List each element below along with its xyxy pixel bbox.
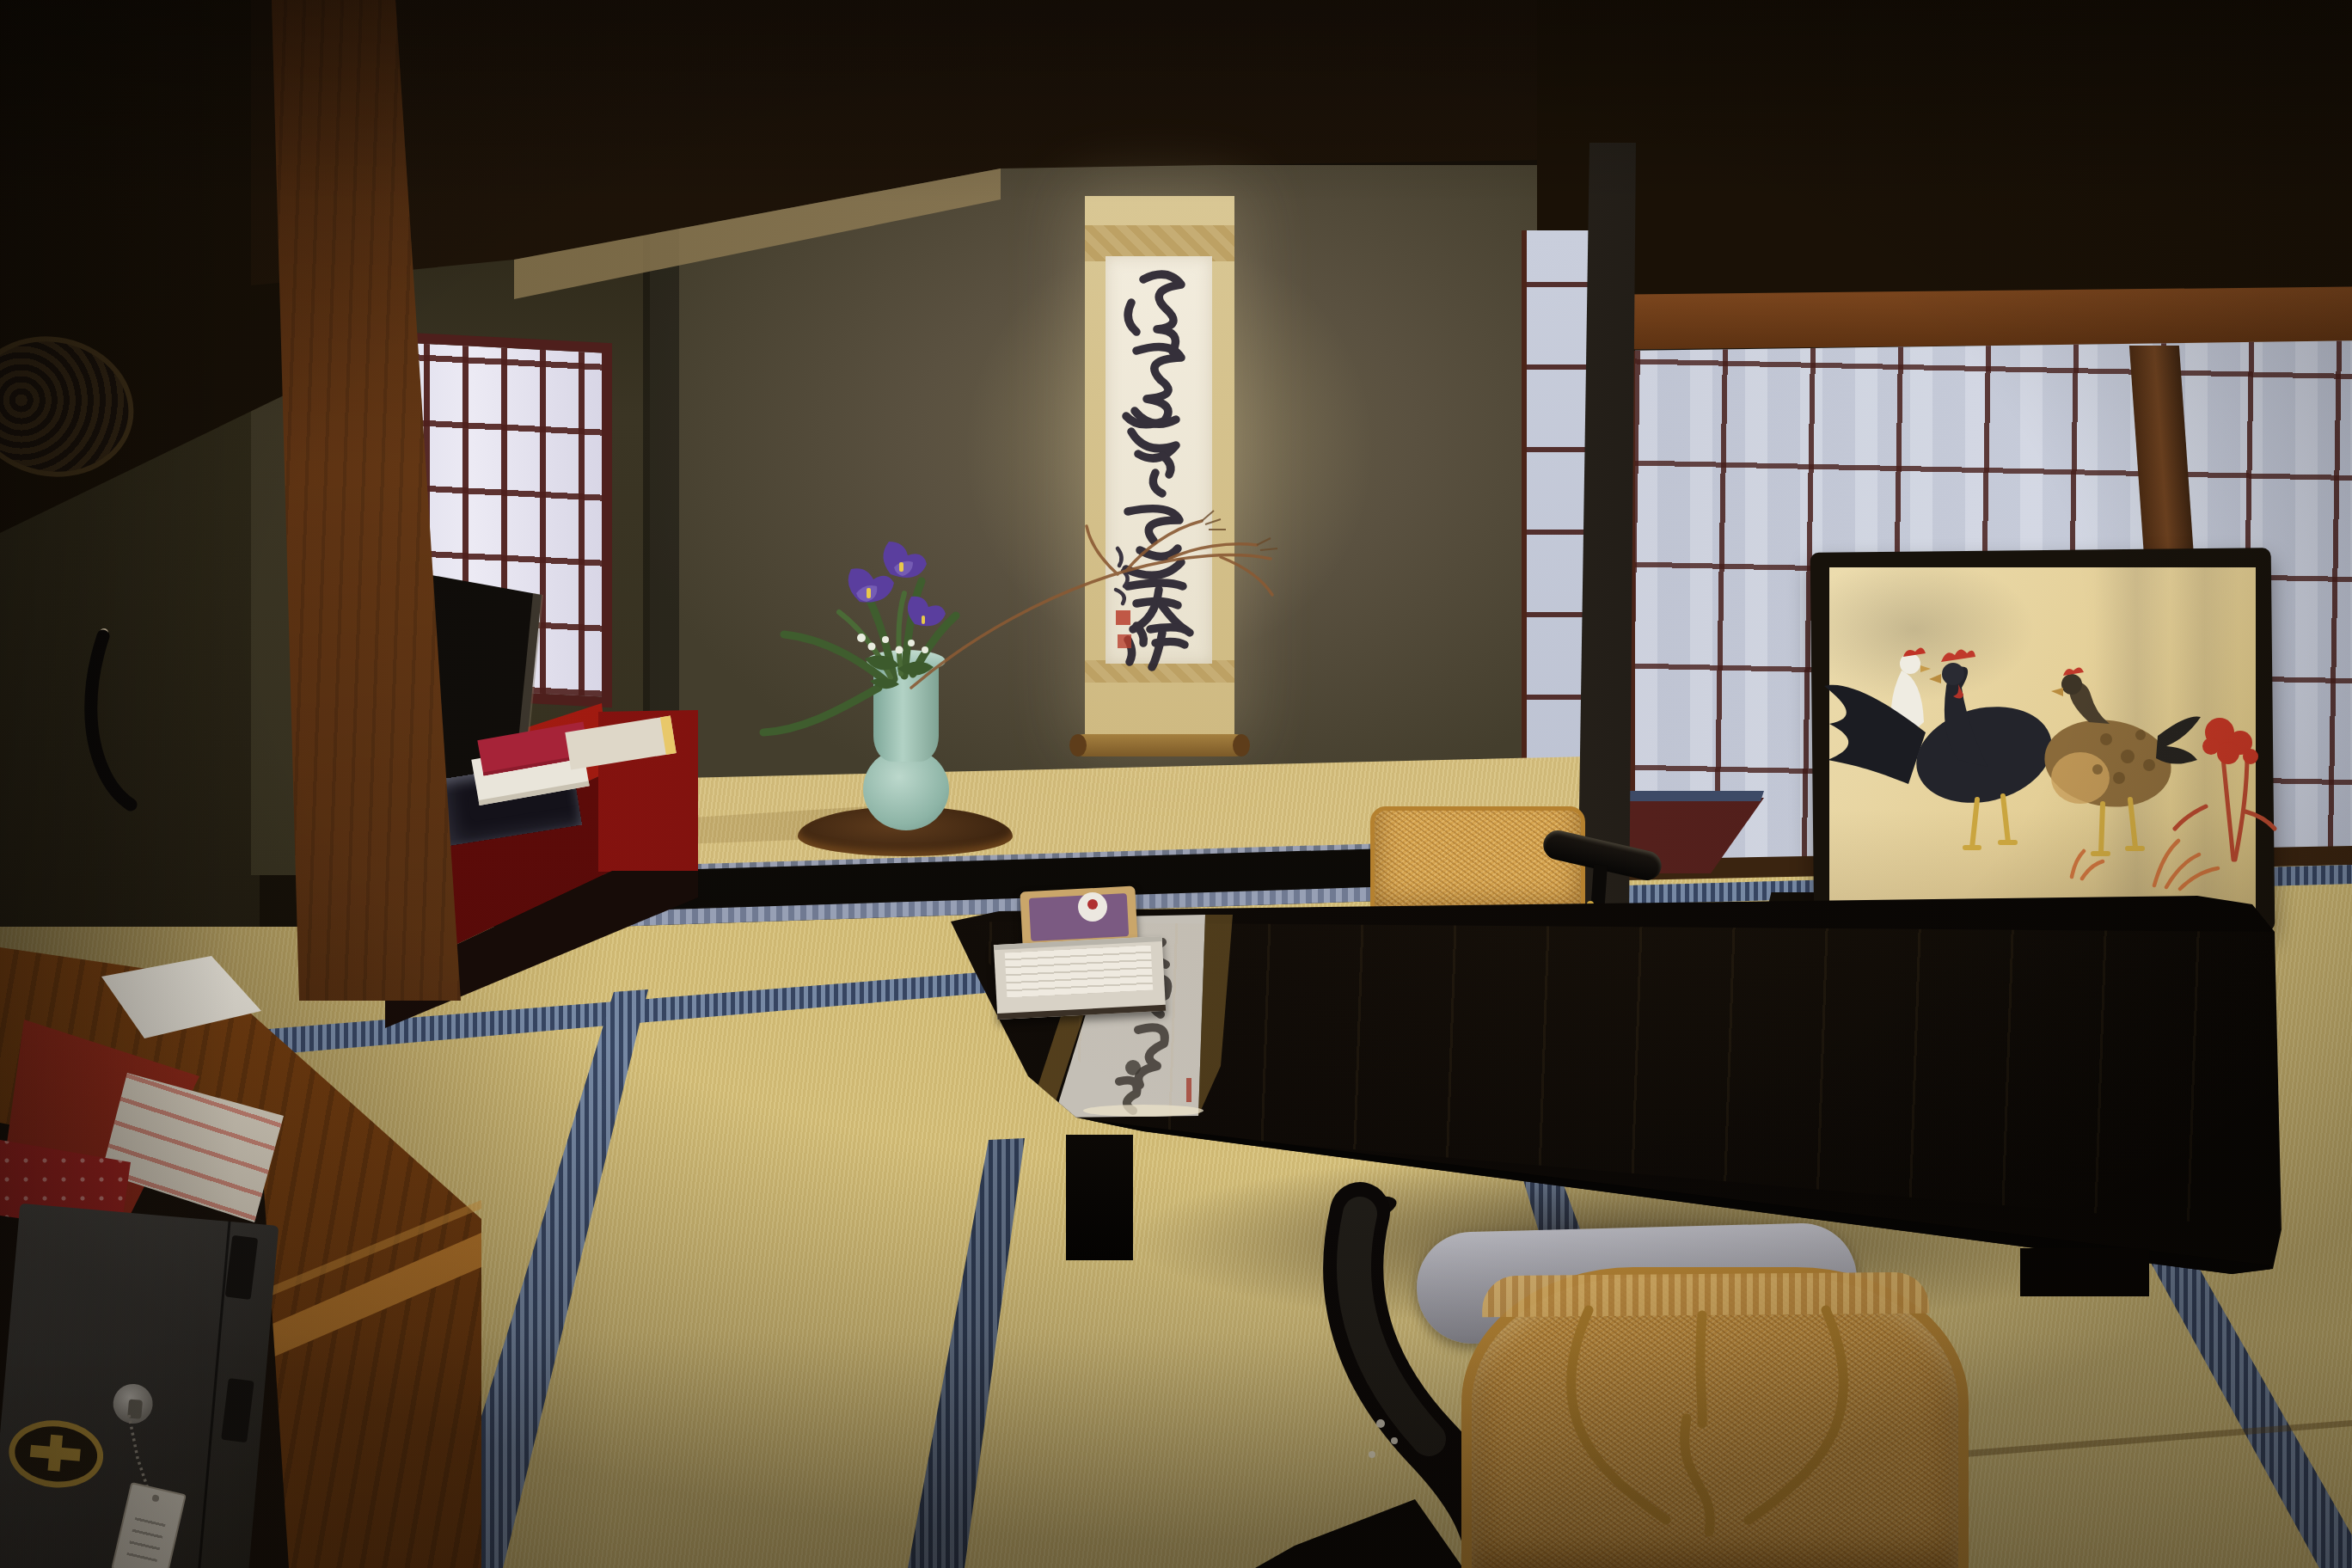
iris-arrangement — [0, 0, 2352, 1568]
room-photo — [0, 0, 2352, 1568]
